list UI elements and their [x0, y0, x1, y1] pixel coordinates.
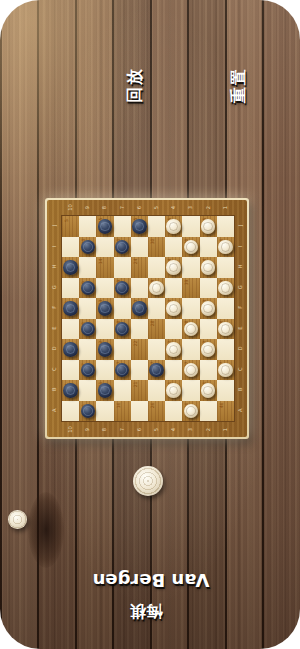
- black-man-12[interactable]: [98, 342, 113, 357]
- square-7[interactable]: 7: [79, 360, 96, 381]
- coord-label: 9: [81, 422, 92, 437]
- square-number: 22: [132, 340, 139, 347]
- white-man-45[interactable]: [201, 219, 216, 234]
- square-1[interactable]: 1: [62, 380, 79, 401]
- black-man-11[interactable]: [98, 383, 113, 398]
- square-number: 26: [149, 402, 156, 409]
- light-square: [96, 319, 113, 340]
- light-square: [165, 319, 182, 340]
- light-square: [62, 319, 79, 340]
- light-square: [131, 401, 148, 422]
- black-man-23[interactable]: [132, 301, 147, 316]
- black-man-7[interactable]: [81, 363, 96, 378]
- coord-label: 8: [98, 422, 109, 437]
- black-man-19[interactable]: [115, 281, 130, 296]
- light-square: [79, 257, 96, 278]
- square-26[interactable]: 26: [148, 401, 165, 422]
- square-23[interactable]: 23: [131, 298, 148, 319]
- board-frame: 10987654321 10987654321 JIHGFEDCBA JIHGF…: [47, 200, 247, 437]
- rank-labels-bottom: 10987654321: [61, 423, 233, 436]
- replay-button[interactable]: 回放: [125, 62, 145, 108]
- light-square: [114, 339, 131, 360]
- coord-label: 3: [184, 200, 195, 215]
- coord-label: 9: [81, 200, 92, 215]
- square-43[interactable]: 43: [200, 298, 217, 319]
- black-man-1[interactable]: [63, 383, 78, 398]
- light-square: [79, 380, 96, 401]
- coord-label: 5: [150, 422, 161, 437]
- coord-label: 7: [116, 422, 127, 437]
- square-19[interactable]: 19: [114, 278, 131, 299]
- light-square: [165, 401, 182, 422]
- light-square: [114, 257, 131, 278]
- coord-label: 2: [202, 200, 213, 215]
- white-man-38[interactable]: [184, 322, 199, 337]
- square-15[interactable]: 15: [96, 216, 113, 237]
- white-man-42[interactable]: [201, 342, 216, 357]
- black-man-8[interactable]: [81, 322, 96, 337]
- square-30[interactable]: 30: [148, 237, 165, 258]
- square-38[interactable]: 38: [182, 319, 199, 340]
- light-square: [131, 319, 148, 340]
- square-9[interactable]: 9: [79, 278, 96, 299]
- light-square: [96, 360, 113, 381]
- square-44[interactable]: 44: [200, 257, 217, 278]
- coord-label: 2: [202, 422, 213, 437]
- square-number: 30: [149, 238, 156, 245]
- square-number: 46: [218, 402, 225, 409]
- light-square: [182, 216, 199, 237]
- coord-label: 1: [219, 422, 230, 437]
- white-man-43[interactable]: [201, 301, 216, 316]
- square-5[interactable]: 5: [62, 216, 79, 237]
- rank-labels-top: 10987654321: [61, 201, 233, 214]
- light-square: [217, 339, 234, 360]
- black-man-15[interactable]: [98, 219, 113, 234]
- light-square: [165, 237, 182, 258]
- square-39[interactable]: 39: [182, 278, 199, 299]
- white-man-47[interactable]: [218, 363, 233, 378]
- square-8[interactable]: 8: [79, 319, 96, 340]
- light-square: [131, 360, 148, 381]
- light-square: [96, 237, 113, 258]
- light-square: [200, 401, 217, 422]
- light-square: [200, 278, 217, 299]
- square-6[interactable]: 6: [79, 401, 96, 422]
- square-13[interactable]: 13: [96, 298, 113, 319]
- square-2[interactable]: 2: [62, 339, 79, 360]
- coord-label: 10: [64, 422, 75, 437]
- black-man-25[interactable]: [132, 219, 147, 234]
- file-labels-left: JIHGFEDCBA: [48, 215, 60, 420]
- white-man-33[interactable]: [166, 301, 181, 316]
- reset-button[interactable]: 重置: [229, 62, 249, 108]
- square-37[interactable]: 37: [182, 360, 199, 381]
- coord-label: 3: [184, 422, 195, 437]
- square-11[interactable]: 11: [96, 380, 113, 401]
- coord-label: 4: [167, 200, 178, 215]
- light-square: [79, 298, 96, 319]
- white-man-48[interactable]: [218, 322, 233, 337]
- square-3[interactable]: 3: [62, 298, 79, 319]
- light-square: [96, 401, 113, 422]
- square-35[interactable]: 35: [165, 216, 182, 237]
- square-number: 28: [149, 320, 156, 327]
- light-square: [182, 298, 199, 319]
- square-10[interactable]: 10: [79, 237, 96, 258]
- white-man-44[interactable]: [201, 260, 216, 275]
- square-24[interactable]: 24: [131, 257, 148, 278]
- white-man-41[interactable]: [201, 383, 216, 398]
- light-square: [148, 339, 165, 360]
- light-square: [114, 216, 131, 237]
- light-square: [131, 237, 148, 258]
- light-square: [148, 216, 165, 237]
- light-square: [165, 360, 182, 381]
- black-man-10[interactable]: [81, 240, 96, 255]
- light-square: [79, 339, 96, 360]
- light-square: [62, 278, 79, 299]
- white-man-32[interactable]: [166, 342, 181, 357]
- square-40[interactable]: 40: [182, 237, 199, 258]
- light-square: [114, 298, 131, 319]
- coord-label: 10: [64, 200, 75, 215]
- black-man-20[interactable]: [115, 240, 130, 255]
- square-46[interactable]: 46: [217, 401, 234, 422]
- square-31[interactable]: 31: [165, 380, 182, 401]
- square-45[interactable]: 45: [200, 216, 217, 237]
- light-square: [79, 216, 96, 237]
- square-17[interactable]: 17: [114, 360, 131, 381]
- square-20[interactable]: 20: [114, 237, 131, 258]
- draughts-board: 10987654321 10987654321 JIHGFEDCBA JIHGF…: [45, 198, 249, 439]
- loose-white-piece-small: [8, 510, 27, 529]
- light-square: [148, 380, 165, 401]
- square-number: 39: [183, 279, 190, 286]
- white-man-31[interactable]: [166, 383, 181, 398]
- light-square: [200, 237, 217, 258]
- square-number: 24: [132, 258, 139, 265]
- square-42[interactable]: 42: [200, 339, 217, 360]
- square-16[interactable]: 16: [114, 401, 131, 422]
- square-number: 21: [132, 381, 139, 388]
- square-21[interactable]: 21: [131, 380, 148, 401]
- square-34[interactable]: 34: [165, 257, 182, 278]
- white-man-34[interactable]: [166, 260, 181, 275]
- square-4[interactable]: 4: [62, 257, 79, 278]
- coord-label: 1: [219, 200, 230, 215]
- black-man-9[interactable]: [81, 281, 96, 296]
- white-man-29[interactable]: [149, 281, 164, 296]
- white-man-35[interactable]: [166, 219, 181, 234]
- square-48[interactable]: 48: [217, 319, 234, 340]
- square-27[interactable]: 27: [148, 360, 165, 381]
- app-screen: 回放 重置 10987654321 10987654321 JIHGFEDCBA…: [0, 0, 300, 649]
- black-man-3[interactable]: [63, 301, 78, 316]
- coord-label: 5: [150, 200, 161, 215]
- light-square: [62, 401, 79, 422]
- black-man-4[interactable]: [63, 260, 78, 275]
- white-man-40[interactable]: [184, 240, 199, 255]
- square-49[interactable]: 49: [217, 278, 234, 299]
- white-man-37[interactable]: [184, 363, 199, 378]
- loose-white-piece-large: [133, 466, 163, 496]
- board-grid: 5152535451020304050414243444919293949313…: [61, 215, 235, 422]
- square-14[interactable]: 14: [96, 257, 113, 278]
- light-square: [62, 237, 79, 258]
- square-36[interactable]: 36: [182, 401, 199, 422]
- coord-label: 6: [133, 422, 144, 437]
- light-square: [217, 380, 234, 401]
- light-square: [148, 257, 165, 278]
- coord-label: 7: [116, 200, 127, 215]
- black-man-18[interactable]: [115, 322, 130, 337]
- square-22[interactable]: 22: [131, 339, 148, 360]
- light-square: [148, 298, 165, 319]
- coord-label: 4: [167, 422, 178, 437]
- black-man-2[interactable]: [63, 342, 78, 357]
- wood-knot-decoration: [28, 492, 64, 568]
- light-square: [200, 360, 217, 381]
- black-man-17[interactable]: [115, 363, 130, 378]
- black-man-13[interactable]: [98, 301, 113, 316]
- undo-button[interactable]: 悔棋: [114, 601, 178, 621]
- light-square: [182, 339, 199, 360]
- light-square: [131, 278, 148, 299]
- square-number: 14: [98, 258, 105, 265]
- square-25[interactable]: 25: [131, 216, 148, 237]
- white-man-50[interactable]: [218, 240, 233, 255]
- black-man-27[interactable]: [149, 363, 164, 378]
- white-man-49[interactable]: [218, 281, 233, 296]
- square-number: 16: [115, 402, 122, 409]
- light-square: [62, 360, 79, 381]
- coord-label: 8: [98, 200, 109, 215]
- square-28[interactable]: 28: [148, 319, 165, 340]
- light-square: [114, 380, 131, 401]
- file-labels-right: JIHGFEDCBA: [234, 215, 246, 420]
- square-18[interactable]: 18: [114, 319, 131, 340]
- light-square: [217, 216, 234, 237]
- light-square: [217, 298, 234, 319]
- square-50[interactable]: 50: [217, 237, 234, 258]
- square-33[interactable]: 33: [165, 298, 182, 319]
- square-32[interactable]: 32: [165, 339, 182, 360]
- square-47[interactable]: 47: [217, 360, 234, 381]
- light-square: [165, 278, 182, 299]
- light-square: [200, 319, 217, 340]
- light-square: [182, 380, 199, 401]
- square-41[interactable]: 41: [200, 380, 217, 401]
- light-square: [217, 257, 234, 278]
- square-number: 5: [63, 217, 70, 224]
- opponent-name-label: Van Bergen: [90, 569, 212, 592]
- light-square: [96, 278, 113, 299]
- white-man-36[interactable]: [184, 404, 199, 419]
- black-man-6[interactable]: [81, 404, 96, 419]
- light-square: [182, 257, 199, 278]
- square-12[interactable]: 12: [96, 339, 113, 360]
- square-29[interactable]: 29: [148, 278, 165, 299]
- coord-label: 6: [133, 200, 144, 215]
